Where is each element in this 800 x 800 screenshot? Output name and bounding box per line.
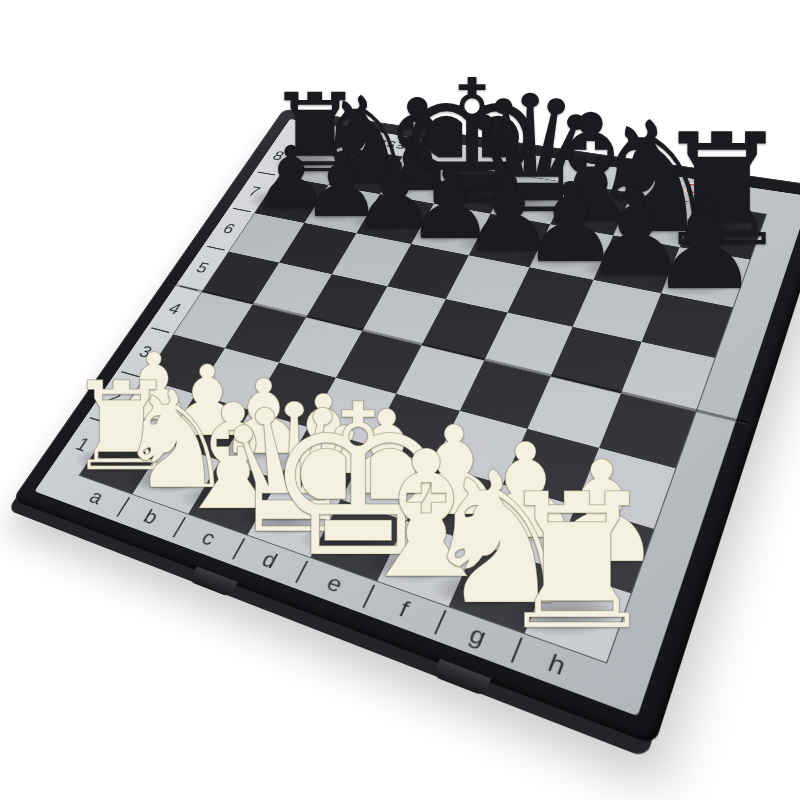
brand-stamp-icon	[428, 146, 443, 155]
blue-logo-icon	[663, 179, 684, 192]
chess-board: 87654321abcdefgh CHESS KING	[12, 109, 800, 746]
product-photo: 87654321abcdefgh CHESS KING ♜♞♝♚♛♟♟♝♟♞♟♜…	[0, 0, 800, 800]
